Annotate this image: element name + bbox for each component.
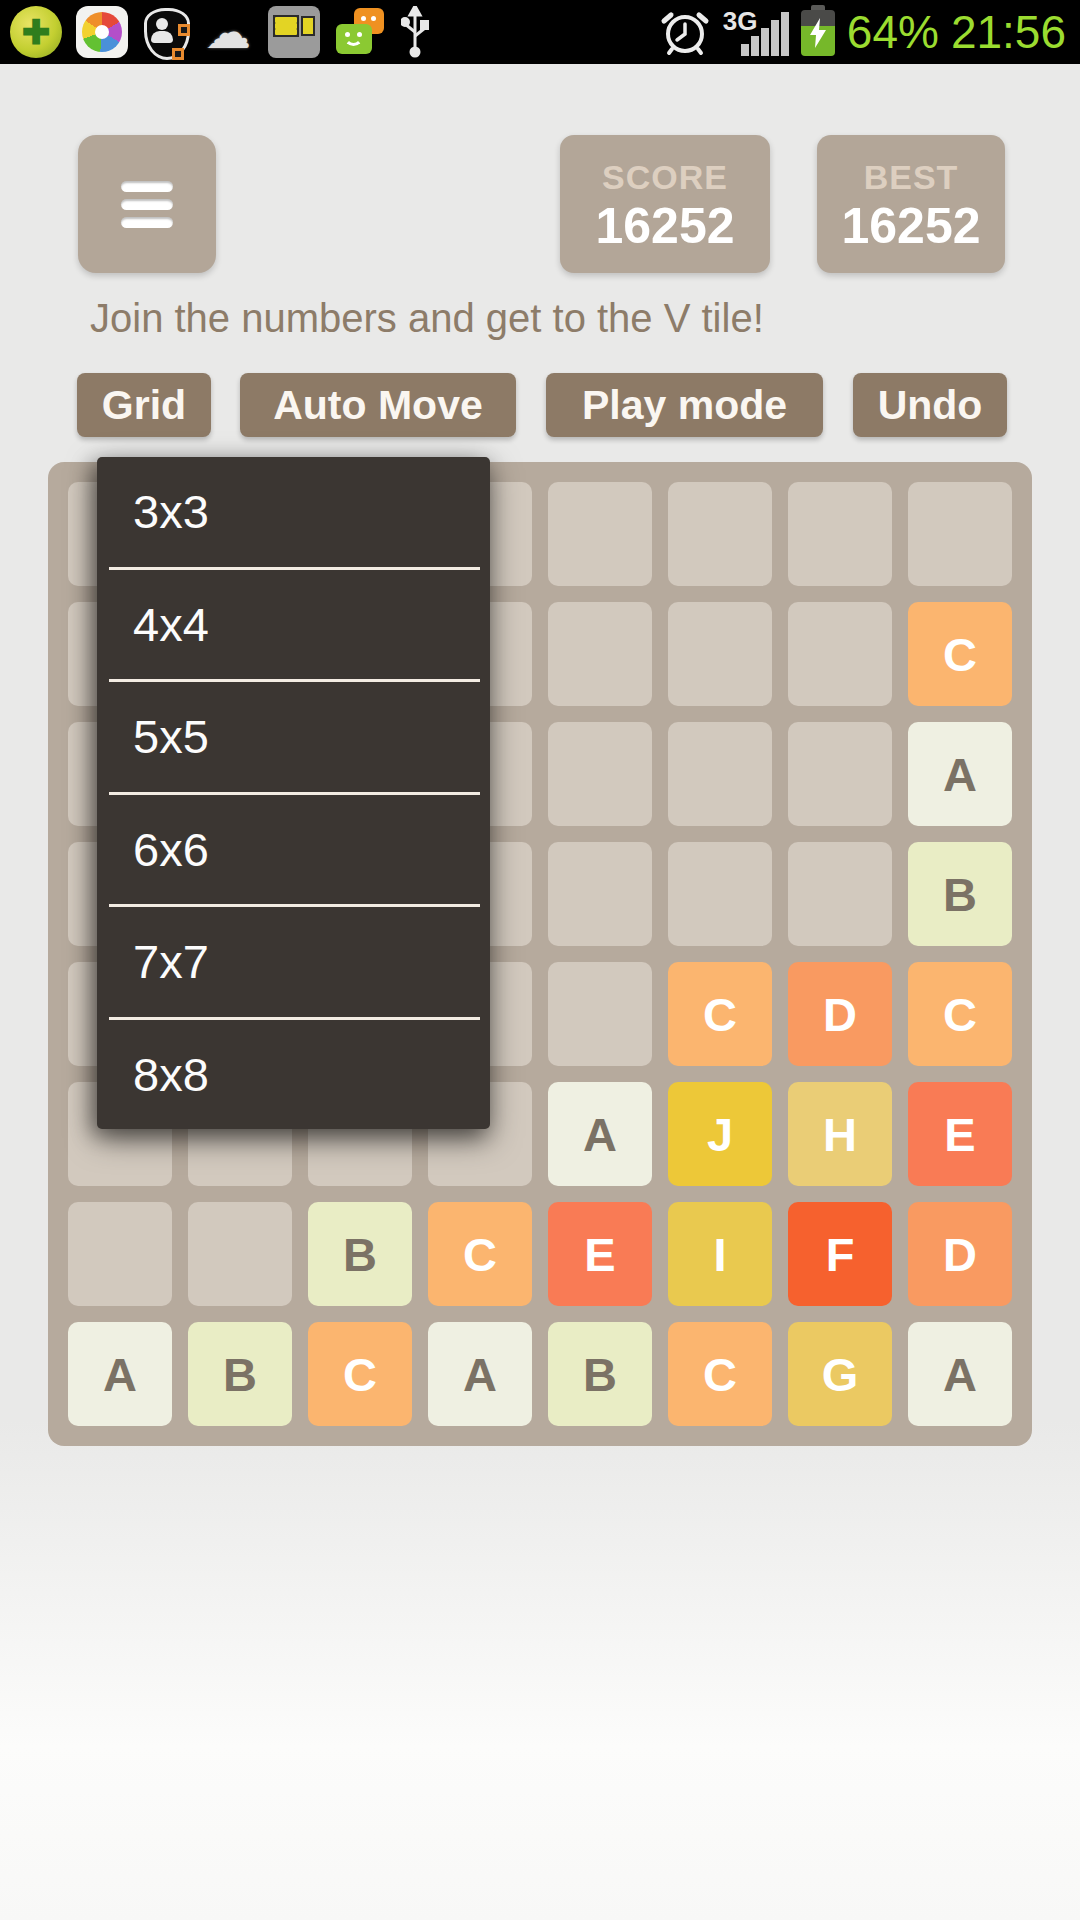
tile-B: B bbox=[548, 1322, 652, 1426]
tile-F: F bbox=[788, 1202, 892, 1306]
empty-cell bbox=[548, 602, 652, 706]
empty-cell bbox=[668, 482, 772, 586]
empty-cell bbox=[548, 482, 652, 586]
tile-A: A bbox=[428, 1322, 532, 1426]
tile-C: C bbox=[908, 602, 1012, 706]
empty-cell bbox=[788, 482, 892, 586]
tile-C: C bbox=[668, 962, 772, 1066]
dropdown-item-5x5[interactable]: 5x5 bbox=[97, 682, 490, 792]
dropdown-item-4x4[interactable]: 4x4 bbox=[97, 570, 490, 680]
tile-A: A bbox=[548, 1082, 652, 1186]
play-mode-button[interactable]: Play mode bbox=[546, 373, 823, 437]
dropdown-item-8x8[interactable]: 8x8 bbox=[97, 1020, 490, 1130]
undo-button[interactable]: Undo bbox=[853, 373, 1007, 437]
empty-cell bbox=[908, 482, 1012, 586]
tile-I: I bbox=[668, 1202, 772, 1306]
empty-cell bbox=[188, 1202, 292, 1306]
tile-C: C bbox=[308, 1322, 412, 1426]
tile-A: A bbox=[908, 1322, 1012, 1426]
tile-J: J bbox=[668, 1082, 772, 1186]
tile-B: B bbox=[308, 1202, 412, 1306]
tile-C: C bbox=[668, 1322, 772, 1426]
tile-D: D bbox=[788, 962, 892, 1066]
tile-B: B bbox=[908, 842, 1012, 946]
best-label: BEST bbox=[864, 158, 959, 197]
privacy-shield-qr-icon bbox=[142, 6, 188, 58]
score-value: 16252 bbox=[595, 201, 734, 251]
tile-D: D bbox=[908, 1202, 1012, 1306]
best-value: 16252 bbox=[841, 201, 980, 251]
empty-cell bbox=[548, 722, 652, 826]
signal-bars-icon: 3G bbox=[723, 6, 789, 58]
dropdown-item-3x3[interactable]: 3x3 bbox=[97, 457, 490, 567]
empty-cell bbox=[788, 842, 892, 946]
battery-charging-icon bbox=[801, 5, 835, 59]
grid-button[interactable]: Grid bbox=[77, 373, 211, 437]
tile-C: C bbox=[908, 962, 1012, 1066]
alarm-clock-icon bbox=[659, 6, 711, 58]
usb-icon bbox=[400, 6, 430, 58]
score-box: SCORE 16252 bbox=[560, 135, 770, 273]
menu-button[interactable] bbox=[78, 135, 216, 273]
empty-cell bbox=[548, 962, 652, 1066]
dropdown-item-6x6[interactable]: 6x6 bbox=[97, 795, 490, 905]
grid-size-dropdown: 3x34x45x56x67x78x8 bbox=[97, 457, 490, 1129]
empty-cell bbox=[668, 602, 772, 706]
app-screen: ✚ ☁ bbox=[0, 0, 1080, 1920]
tile-C: C bbox=[428, 1202, 532, 1306]
weather-cloud-icon: ☁ bbox=[202, 6, 254, 58]
empty-cell bbox=[788, 602, 892, 706]
news-cards-icon bbox=[268, 6, 320, 58]
messaging-icon bbox=[334, 6, 386, 58]
subtitle-text: Join the numbers and get to the V tile! bbox=[90, 296, 764, 341]
tile-E: E bbox=[548, 1202, 652, 1306]
dropdown-item-7x7[interactable]: 7x7 bbox=[97, 907, 490, 1017]
empty-cell bbox=[68, 1202, 172, 1306]
tile-A: A bbox=[68, 1322, 172, 1426]
tile-A: A bbox=[908, 722, 1012, 826]
empty-cell bbox=[548, 842, 652, 946]
tile-G: G bbox=[788, 1322, 892, 1426]
status-bar: ✚ ☁ bbox=[0, 0, 1080, 64]
empty-cell bbox=[788, 722, 892, 826]
best-box: BEST 16252 bbox=[817, 135, 1005, 273]
safety-antivirus-icon: ✚ bbox=[10, 6, 62, 58]
empty-cell bbox=[668, 842, 772, 946]
browser-pinwheel-icon bbox=[76, 6, 128, 58]
status-time: 21:56 bbox=[951, 5, 1066, 59]
tile-H: H bbox=[788, 1082, 892, 1186]
battery-percent: 64% bbox=[847, 5, 939, 59]
auto-move-button[interactable]: Auto Move bbox=[240, 373, 516, 437]
tile-E: E bbox=[908, 1082, 1012, 1186]
status-bar-right: 3G 64% 21:56 bbox=[659, 5, 1070, 59]
score-label: SCORE bbox=[602, 158, 728, 197]
tile-B: B bbox=[188, 1322, 292, 1426]
empty-cell bbox=[668, 722, 772, 826]
